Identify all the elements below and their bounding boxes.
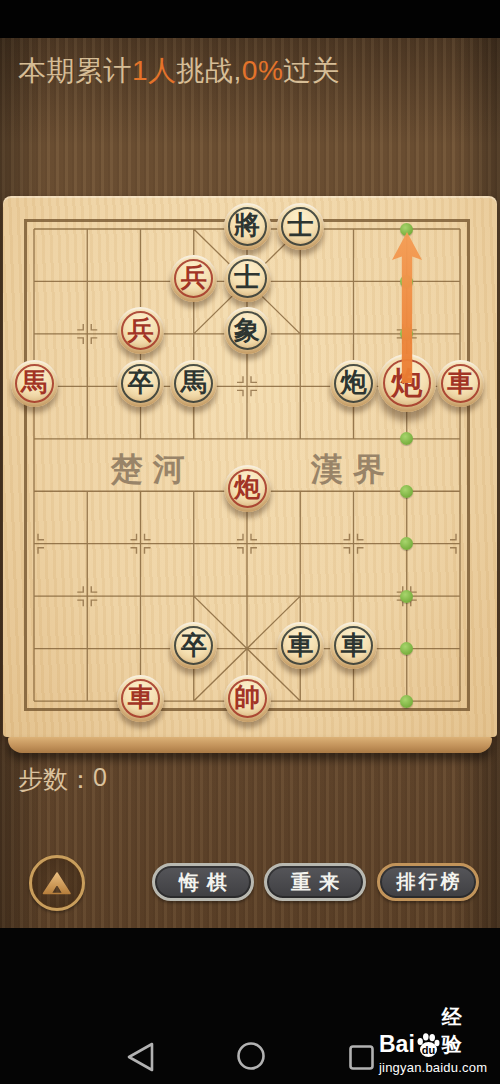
app-screen: 本期累计1人挑战,0%过关 楚河 漢界 將士兵士兵象馬卒馬炮炮車炮卒車車車帥 步… [0, 0, 500, 1084]
piece-red-horse[interactable]: 馬 [11, 360, 58, 407]
nav-home-button[interactable] [231, 1036, 271, 1076]
river-label-right: 漢界 [298, 448, 398, 492]
piece-glyph: 將 [234, 212, 260, 238]
piece-glyph: 兵 [128, 317, 154, 343]
piece-glyph: 士 [234, 264, 260, 290]
move-target-dot[interactable] [400, 223, 413, 236]
challenge-stats-text: 本期累计1人挑战,0%过关 [18, 52, 340, 90]
move-target-dot[interactable] [400, 590, 413, 603]
piece-black-chariot[interactable]: 車 [277, 622, 324, 669]
piece-black-elephant[interactable]: 象 [224, 307, 271, 354]
stats-segment: 0% [242, 55, 283, 86]
piece-glyph: 車 [287, 632, 313, 658]
piece-red-general[interactable]: 帥 [224, 675, 271, 722]
piece-black-advisor[interactable]: 士 [277, 203, 324, 250]
piece-red-chariot[interactable]: 車 [117, 675, 164, 722]
watermark-url: jingyan.baidu.com [379, 1060, 479, 1075]
baidu-paw-icon: du [416, 1032, 440, 1058]
watermark-du-text: du [422, 1044, 435, 1056]
restart-button[interactable]: 重来 [264, 863, 366, 901]
piece-glyph: 士 [287, 212, 313, 238]
undo-button-label: 悔棋 [179, 869, 235, 896]
step-counter-label: 步数： [18, 763, 93, 796]
chevron-up-icon [42, 871, 72, 896]
piece-black-horse[interactable]: 馬 [170, 360, 217, 407]
status-bar [0, 0, 500, 38]
piece-red-soldier[interactable]: 兵 [170, 255, 217, 302]
piece-black-general[interactable]: 將 [224, 203, 271, 250]
piece-glyph: 卒 [128, 369, 154, 395]
watermark-jingyan-text: 经验 [442, 1004, 479, 1058]
step-counter: 步数： 0 [18, 763, 107, 796]
undo-button[interactable]: 悔棋 [152, 863, 254, 901]
piece-glyph: 卒 [181, 632, 207, 658]
stats-segment: 挑战, [177, 55, 242, 86]
watermark-logo: Bai du 经验 [379, 1028, 479, 1058]
piece-glyph: 馬 [21, 369, 47, 395]
piece-black-cannon[interactable]: 炮 [330, 360, 377, 407]
piece-red-chariot[interactable]: 車 [437, 360, 484, 407]
piece-glyph: 車 [341, 632, 367, 658]
leaderboard-button-label: 排行榜 [397, 869, 463, 895]
nav-back-button[interactable] [120, 1038, 160, 1078]
piece-glyph: 炮 [234, 474, 260, 500]
recents-square-icon [341, 1037, 381, 1077]
piece-glyph: 炮 [391, 367, 422, 398]
piece-glyph: 象 [234, 317, 260, 343]
piece-glyph: 帥 [234, 684, 260, 710]
piece-glyph: 兵 [181, 264, 207, 290]
stats-segment: 1人 [132, 55, 177, 86]
nav-recents-button[interactable] [341, 1037, 381, 1077]
home-circle-icon [231, 1036, 271, 1076]
piece-black-chariot[interactable]: 車 [330, 622, 377, 669]
leaderboard-button[interactable]: 排行榜 [377, 863, 479, 901]
piece-black-advisor[interactable]: 士 [224, 255, 271, 302]
scroll-top-button[interactable] [29, 855, 85, 911]
move-target-dot[interactable] [400, 695, 413, 708]
piece-red-cannon[interactable]: 炮 [224, 465, 271, 512]
piece-red-cannon[interactable]: 炮 [378, 354, 436, 412]
move-target-dot[interactable] [400, 485, 413, 498]
back-triangle-icon [120, 1038, 160, 1078]
piece-glyph: 炮 [341, 369, 367, 395]
piece-black-soldier[interactable]: 卒 [117, 360, 164, 407]
stats-segment: 本期累计 [18, 55, 132, 86]
piece-glyph: 車 [128, 684, 154, 710]
restart-button-label: 重来 [291, 869, 347, 896]
river-label-left: 楚河 [98, 448, 198, 492]
baidu-jingyan-watermark: Bai du 经验 jingyan.baidu.com [379, 1028, 479, 1075]
stats-segment: 过关 [283, 55, 340, 86]
piece-glyph: 車 [447, 369, 473, 395]
watermark-bai-text: Bai [379, 1031, 415, 1058]
piece-glyph: 馬 [181, 369, 207, 395]
step-counter-value: 0 [93, 763, 107, 796]
piece-black-soldier[interactable]: 卒 [170, 622, 217, 669]
board-bevel [8, 737, 492, 753]
